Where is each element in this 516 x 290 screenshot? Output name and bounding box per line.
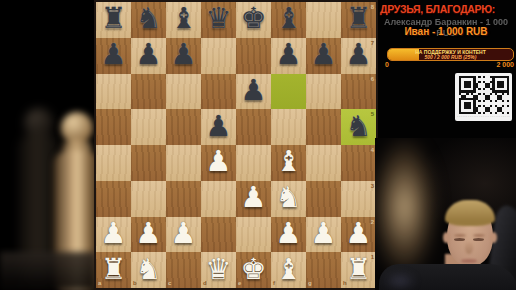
stream-frame: ♜♞♝♛♚♝♜8♟♟♟♟♟♟7♟6♟♞5♟♝4♟♞3♟♟♟♟♟♟2♜a♞bc♛d…	[0, 0, 516, 290]
square-c3[interactable]	[166, 181, 201, 217]
white-king-e1: ♚	[241, 255, 267, 284]
table-surface	[0, 252, 95, 290]
streamer-brow-left	[454, 234, 466, 237]
coord-rank-8: 8	[371, 4, 374, 10]
coord-rank-5: 5	[371, 111, 374, 117]
square-f8[interactable]: ♝	[271, 2, 306, 38]
black-bishop-c8: ♝	[171, 4, 197, 33]
white-knight-b1: ♞	[136, 255, 162, 284]
square-d3[interactable]	[201, 181, 236, 217]
square-a8[interactable]: ♜	[96, 2, 131, 38]
square-a3[interactable]	[96, 181, 131, 217]
streamer-eye-right	[473, 238, 484, 241]
square-a5[interactable]	[96, 109, 131, 145]
square-h1[interactable]: ♜1h	[341, 252, 376, 288]
square-c4[interactable]	[166, 145, 201, 181]
black-pawn-h7: ♟	[346, 40, 372, 69]
square-a7[interactable]: ♟	[96, 38, 131, 74]
square-e6[interactable]: ♟	[236, 74, 271, 110]
coord-file-b: b	[133, 280, 137, 286]
square-f1[interactable]: ♝f	[271, 252, 306, 288]
black-bishop-f8: ♝	[276, 4, 302, 33]
board-grid: ♜♞♝♛♚♝♜8♟♟♟♟♟♟7♟6♟♞5♟♝4♟♞3♟♟♟♟♟♟2♜a♞bc♛d…	[96, 2, 376, 288]
square-a4[interactable]	[96, 145, 131, 181]
square-b1[interactable]: ♞b	[131, 252, 166, 288]
square-d5[interactable]: ♟	[201, 109, 236, 145]
coord-rank-4: 4	[371, 147, 374, 153]
square-a6[interactable]	[96, 74, 131, 110]
square-c8[interactable]: ♝	[166, 2, 201, 38]
square-h7[interactable]: ♟7	[341, 38, 376, 74]
square-h4[interactable]: 4	[341, 145, 376, 181]
coord-rank-3: 3	[371, 183, 374, 189]
square-f4[interactable]: ♝	[271, 145, 306, 181]
square-h3[interactable]: 3	[341, 181, 376, 217]
square-b3[interactable]	[131, 181, 166, 217]
square-f2[interactable]: ♟	[271, 217, 306, 253]
square-e7[interactable]	[236, 38, 271, 74]
square-e4[interactable]	[236, 145, 271, 181]
square-h5[interactable]: ♞5	[341, 109, 376, 145]
white-pawn-g2: ♟	[311, 219, 337, 248]
square-d6[interactable]	[201, 74, 236, 110]
background-studio-photo	[0, 0, 95, 290]
square-d2[interactable]	[201, 217, 236, 253]
qr-caption: ·····························	[455, 115, 512, 119]
black-rook-h8: ♜	[346, 4, 372, 33]
square-g6[interactable]	[306, 74, 341, 110]
square-b7[interactable]: ♟	[131, 38, 166, 74]
square-a2[interactable]: ♟	[96, 217, 131, 253]
square-g4[interactable]	[306, 145, 341, 181]
streamer-mouth	[461, 259, 477, 263]
black-king-e8: ♚	[241, 4, 267, 33]
square-c2[interactable]: ♟	[166, 217, 201, 253]
square-h6[interactable]: 6	[341, 74, 376, 110]
square-h8[interactable]: ♜8	[341, 2, 376, 38]
square-a1[interactable]: ♜a	[96, 252, 131, 288]
square-b5[interactable]	[131, 109, 166, 145]
square-b2[interactable]: ♟	[131, 217, 166, 253]
donation-goal-bar: НА ПОДДЕРЖКУ И КОНТЕНТ 500 / 2 000 RUB (…	[387, 48, 514, 61]
square-d1[interactable]: ♛d	[201, 252, 236, 288]
shoulder-highlight	[383, 272, 417, 290]
square-e5[interactable]	[236, 109, 271, 145]
donation-qr-code: ·····························	[455, 73, 512, 121]
black-pawn-e6: ♟	[241, 76, 267, 105]
square-g1[interactable]: g	[306, 252, 341, 288]
black-rook-a8: ♜	[101, 4, 127, 33]
square-g7[interactable]: ♟	[306, 38, 341, 74]
coord-file-a: a	[98, 280, 101, 286]
streamer-hair	[445, 200, 495, 226]
square-b4[interactable]	[131, 145, 166, 181]
coord-file-d: d	[203, 280, 207, 286]
square-f7[interactable]: ♟	[271, 38, 306, 74]
square-d7[interactable]	[201, 38, 236, 74]
square-e3[interactable]: ♟	[236, 181, 271, 217]
coord-file-e: e	[238, 280, 241, 286]
coord-file-f: f	[273, 280, 275, 286]
qr-pattern	[459, 76, 509, 114]
black-knight-b8: ♞	[136, 4, 162, 33]
white-pawn-d4: ♟	[206, 147, 232, 176]
white-rook-h1: ♜	[346, 255, 372, 284]
square-g2[interactable]: ♟	[306, 217, 341, 253]
black-queen-d8: ♛	[206, 4, 232, 33]
coord-rank-7: 7	[371, 40, 374, 46]
goal-value: 500 / 2 000 RUB (25%)	[388, 55, 513, 60]
square-b8[interactable]: ♞	[131, 2, 166, 38]
donation-header: ДРУЗЬЯ, БЛАГОДАРЮ:	[380, 3, 514, 15]
black-pawn-a7: ♟	[101, 40, 127, 69]
streamer-ear-left	[443, 232, 450, 243]
square-f5[interactable]	[271, 109, 306, 145]
square-h2[interactable]: ♟2	[341, 217, 376, 253]
white-pawn-h2: ♟	[346, 219, 372, 248]
square-b6[interactable]	[131, 74, 166, 110]
white-pawn-c2: ♟	[171, 219, 197, 248]
square-e8[interactable]: ♚	[236, 2, 271, 38]
square-e2[interactable]	[236, 217, 271, 253]
streamer-eye-left	[454, 238, 465, 241]
square-g3[interactable]	[306, 181, 341, 217]
square-c6[interactable]	[166, 74, 201, 110]
goal-max-label: 2 000	[496, 61, 514, 68]
black-knight-h5: ♞	[346, 112, 372, 141]
white-pawn-f2: ♟	[276, 219, 302, 248]
coord-file-h: h	[343, 280, 347, 286]
black-pawn-c7: ♟	[171, 40, 197, 69]
square-d8[interactable]: ♛	[201, 2, 236, 38]
streamer-webcam	[375, 138, 516, 290]
streamer-nose	[465, 242, 473, 254]
coord-rank-1: 1	[371, 254, 374, 260]
black-pawn-b7: ♟	[136, 40, 162, 69]
white-pawn-b2: ♟	[136, 219, 162, 248]
white-bishop-f1: ♝	[276, 255, 302, 284]
square-c5[interactable]	[166, 109, 201, 145]
chess-board: ♜♞♝♛♚♝♜8♟♟♟♟♟♟7♟6♟♞5♟♝4♟♞3♟♟♟♟♟♟2♜a♞bc♛d…	[94, 0, 378, 290]
square-c7[interactable]: ♟	[166, 38, 201, 74]
white-rook-a1: ♜	[101, 255, 127, 284]
coord-rank-6: 6	[371, 76, 374, 82]
streamer-ear-right	[490, 232, 497, 243]
square-f3[interactable]: ♞	[271, 181, 306, 217]
white-knight-f3: ♞	[276, 183, 302, 212]
square-f6[interactable]	[271, 74, 306, 110]
white-pawn-a2: ♟	[101, 219, 127, 248]
black-pawn-f7: ♟	[276, 40, 302, 69]
square-d4[interactable]: ♟	[201, 145, 236, 181]
square-c1[interactable]: c	[166, 252, 201, 288]
streamer-brow-right	[473, 234, 485, 237]
coord-file-g: g	[308, 280, 312, 286]
coord-rank-2: 2	[371, 219, 374, 225]
white-bishop-f4: ♝	[276, 147, 302, 176]
current-donation-text: Иван - 1 000 RUB	[379, 26, 513, 37]
white-queen-d1: ♛	[206, 255, 232, 284]
square-e1[interactable]: ♚e	[236, 252, 271, 288]
white-pawn-e3: ♟	[241, 183, 267, 212]
square-g8[interactable]	[306, 2, 341, 38]
goal-min-label: 0	[385, 61, 389, 68]
black-pawn-d5: ♟	[206, 112, 232, 141]
coord-file-c: c	[168, 280, 171, 286]
black-pawn-g7: ♟	[311, 40, 337, 69]
square-g5[interactable]	[306, 109, 341, 145]
